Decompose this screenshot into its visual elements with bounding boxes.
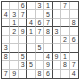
cell-r1c2[interactable] [10, 2, 18, 10]
cell-r3c5[interactable]: 6 [36, 19, 44, 27]
cell-r4c1[interactable] [2, 27, 10, 35]
cell-r9c7[interactable] [53, 70, 61, 78]
cell-r5c4[interactable] [27, 36, 35, 44]
sudoku-board: 63174375146782917832635854913598779864 [1, 1, 79, 79]
cell-r4c5[interactable]: 7 [36, 27, 44, 35]
cell-r3c4[interactable]: 4 [27, 19, 35, 27]
cell-r4c8[interactable] [61, 27, 69, 35]
cell-r3c3[interactable] [19, 19, 27, 27]
cell-r5c7[interactable] [53, 36, 61, 44]
cell-r4c2[interactable]: 2 [10, 27, 18, 35]
cell-r1c5[interactable]: 3 [36, 2, 44, 10]
cell-r2c1[interactable]: 4 [2, 10, 10, 18]
cell-r6c2[interactable] [10, 44, 18, 52]
cell-r6c7[interactable] [53, 44, 61, 52]
cell-r1c1[interactable] [2, 2, 10, 10]
cell-r7c2[interactable] [10, 53, 18, 61]
cell-r9c5[interactable]: 8 [36, 70, 44, 78]
cell-r8c3[interactable]: 3 [19, 61, 27, 69]
cell-r9c8[interactable] [61, 70, 69, 78]
cell-r1c7[interactable] [53, 2, 61, 10]
cell-r6c6[interactable] [44, 44, 52, 52]
cell-r6c8[interactable] [61, 44, 69, 52]
cell-r8c7[interactable] [53, 61, 61, 69]
cell-r3c9[interactable]: 8 [70, 19, 78, 27]
cell-r1c6[interactable]: 1 [44, 2, 52, 10]
cell-r5c1[interactable] [2, 36, 10, 44]
sudoku-app: 63174375146782917832635854913598779864 [0, 0, 80, 80]
cell-r8c6[interactable]: 9 [44, 61, 52, 69]
cell-r3c1[interactable] [2, 19, 10, 27]
cell-r6c3[interactable] [19, 44, 27, 52]
cell-r7c8[interactable]: 1 [61, 53, 69, 61]
cell-r4c9[interactable] [70, 27, 78, 35]
cell-r5c6[interactable] [44, 36, 52, 44]
cell-r6c1[interactable]: 3 [2, 44, 10, 52]
cell-r3c8[interactable] [61, 19, 69, 27]
cell-r5c9[interactable]: 6 [70, 36, 78, 44]
cell-r8c1[interactable] [2, 61, 10, 69]
cell-r3c2[interactable]: 1 [10, 19, 18, 27]
cell-r9c9[interactable]: 4 [70, 70, 78, 78]
cell-r8c9[interactable]: 7 [70, 61, 78, 69]
cell-r4c6[interactable]: 8 [44, 27, 52, 35]
cell-r2c5[interactable] [36, 10, 44, 18]
cell-r3c7[interactable] [53, 19, 61, 27]
cell-r1c8[interactable]: 7 [61, 2, 69, 10]
cell-r7c5[interactable] [36, 53, 44, 61]
cell-r1c3[interactable]: 6 [19, 2, 27, 10]
cell-r2c3[interactable]: 7 [19, 10, 27, 18]
cell-r4c4[interactable]: 1 [27, 27, 35, 35]
cell-r9c3[interactable] [19, 70, 27, 78]
cell-r2c9[interactable] [70, 10, 78, 18]
cell-r2c7[interactable] [53, 10, 61, 18]
cell-r1c4[interactable] [27, 2, 35, 10]
cell-r8c2[interactable] [10, 61, 18, 69]
cell-r9c1[interactable]: 7 [2, 70, 10, 78]
cell-r7c6[interactable]: 4 [44, 53, 52, 61]
cell-r3c6[interactable]: 7 [44, 19, 52, 27]
cell-r8c4[interactable]: 5 [27, 61, 35, 69]
cell-r1c9[interactable] [70, 2, 78, 10]
cell-r9c6[interactable]: 6 [44, 70, 52, 78]
cell-r6c9[interactable] [70, 44, 78, 52]
cell-r7c7[interactable]: 9 [53, 53, 61, 61]
cell-r4c7[interactable]: 3 [53, 27, 61, 35]
cell-r2c2[interactable]: 3 [10, 10, 18, 18]
cell-r5c5[interactable] [36, 36, 44, 44]
cell-r2c8[interactable] [61, 10, 69, 18]
cell-r2c6[interactable]: 5 [44, 10, 52, 18]
cell-r6c4[interactable] [27, 44, 35, 52]
cell-r5c3[interactable] [19, 36, 27, 44]
cell-r7c9[interactable] [70, 53, 78, 61]
cell-r9c2[interactable]: 9 [10, 70, 18, 78]
cell-r7c1[interactable]: 8 [2, 53, 10, 61]
cell-r5c8[interactable]: 2 [61, 36, 69, 44]
cell-r2c4[interactable] [27, 10, 35, 18]
cell-r7c3[interactable]: 5 [19, 53, 27, 61]
cell-r9c4[interactable] [27, 70, 35, 78]
cell-r8c8[interactable]: 8 [61, 61, 69, 69]
cell-r5c2[interactable] [10, 36, 18, 44]
cell-r8c5[interactable] [36, 61, 44, 69]
cell-r6c5[interactable]: 5 [36, 44, 44, 52]
cell-r7c4[interactable] [27, 53, 35, 61]
cell-r4c3[interactable]: 9 [19, 27, 27, 35]
